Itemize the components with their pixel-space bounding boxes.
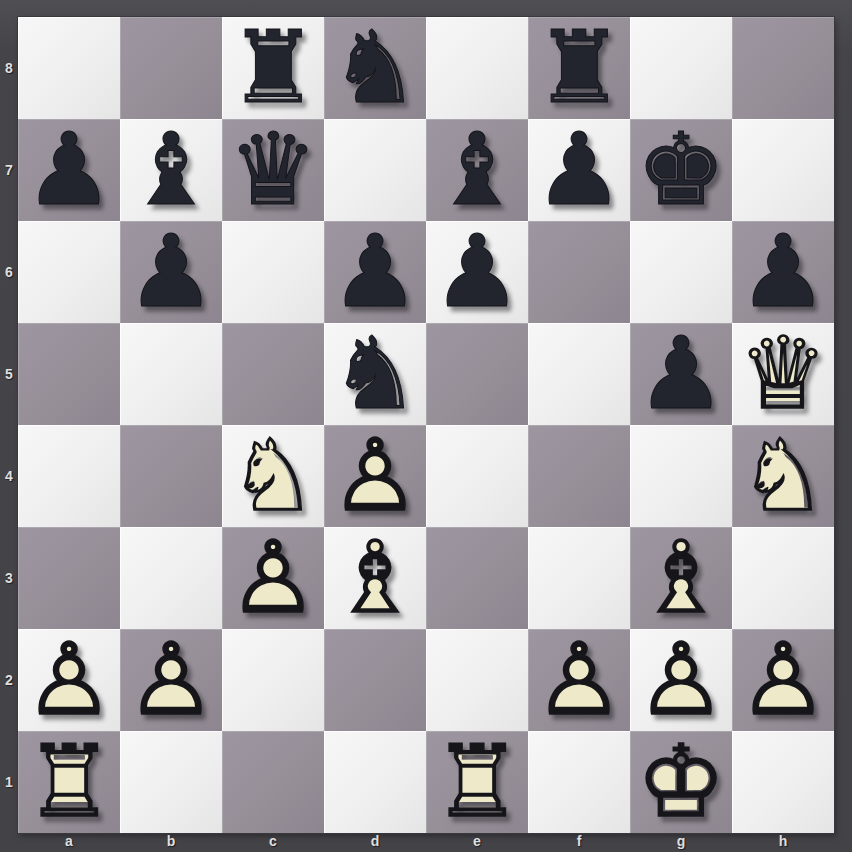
piece-white-pawn-b2[interactable]: ♟♙ xyxy=(120,629,222,731)
pawn-glyph-outline: ♙ xyxy=(732,629,834,731)
king-glyph-outline: ♔ xyxy=(630,731,732,833)
piece-black-pawn-f7[interactable]: ♟ xyxy=(528,119,630,221)
square-b8[interactable] xyxy=(120,17,222,119)
square-h3[interactable] xyxy=(732,527,834,629)
piece-white-rook-e1[interactable]: ♜♖ xyxy=(426,731,528,833)
piece-black-rook-c8[interactable]: ♜ xyxy=(222,17,324,119)
knight-glyph-fill: ♞ xyxy=(324,17,426,119)
rank-label-3: 3 xyxy=(0,527,18,629)
square-b1[interactable] xyxy=(120,731,222,833)
square-h2[interactable]: ♟♙ xyxy=(732,629,834,731)
rank-label-2: 2 xyxy=(0,629,18,731)
square-a6[interactable] xyxy=(18,221,120,323)
piece-white-pawn-f2[interactable]: ♟♙ xyxy=(528,629,630,731)
queen-glyph-outline: ♕ xyxy=(732,323,834,425)
square-e4[interactable] xyxy=(426,425,528,527)
file-label-e: e xyxy=(426,831,528,852)
square-b2[interactable]: ♟♙ xyxy=(120,629,222,731)
piece-white-rook-a1[interactable]: ♜♖ xyxy=(18,731,120,833)
square-d2[interactable] xyxy=(324,629,426,731)
pawn-glyph-fill: ♟ xyxy=(120,221,222,323)
square-a1[interactable]: ♜♖ xyxy=(18,731,120,833)
file-labels: abcdefgh xyxy=(18,831,834,852)
square-b4[interactable] xyxy=(120,425,222,527)
pawn-glyph-fill: ♟ xyxy=(732,221,834,323)
pawn-glyph-outline: ♙ xyxy=(120,629,222,731)
square-g1[interactable]: ♚♔ xyxy=(630,731,732,833)
square-a8[interactable] xyxy=(18,17,120,119)
piece-black-rook-f8[interactable]: ♜ xyxy=(528,17,630,119)
square-a5[interactable] xyxy=(18,323,120,425)
file-label-f: f xyxy=(528,831,630,852)
chess-board: ♜♞♜♟♝♛♝♟♚♟♟♟♟♞♟♛♕♞♘♟♙♞♘♟♙♝♗♝♗♟♙♟♙♟♙♟♙♟♙♜… xyxy=(18,17,834,833)
square-h5[interactable]: ♛♕ xyxy=(732,323,834,425)
pawn-glyph-outline: ♙ xyxy=(630,629,732,731)
piece-black-pawn-g5[interactable]: ♟ xyxy=(630,323,732,425)
square-d1[interactable] xyxy=(324,731,426,833)
piece-white-pawn-a2[interactable]: ♟♙ xyxy=(18,629,120,731)
square-a4[interactable] xyxy=(18,425,120,527)
square-e3[interactable] xyxy=(426,527,528,629)
square-h6[interactable]: ♟ xyxy=(732,221,834,323)
square-c6[interactable] xyxy=(222,221,324,323)
piece-black-knight-d8[interactable]: ♞ xyxy=(324,17,426,119)
piece-white-pawn-g2[interactable]: ♟♙ xyxy=(630,629,732,731)
piece-black-king-g7[interactable]: ♚ xyxy=(630,119,732,221)
knight-glyph-outline: ♘ xyxy=(222,425,324,527)
piece-white-bishop-g3[interactable]: ♝♗ xyxy=(630,527,732,629)
square-f2[interactable]: ♟♙ xyxy=(528,629,630,731)
piece-white-knight-c4[interactable]: ♞♘ xyxy=(222,425,324,527)
square-c2[interactable] xyxy=(222,629,324,731)
rank-label-4: 4 xyxy=(0,425,18,527)
pawn-glyph-fill: ♟ xyxy=(426,221,528,323)
square-d5[interactable]: ♞ xyxy=(324,323,426,425)
knight-glyph-fill: ♞ xyxy=(324,323,426,425)
square-f5[interactable] xyxy=(528,323,630,425)
piece-white-pawn-c3[interactable]: ♟♙ xyxy=(222,527,324,629)
square-c4[interactable]: ♞♘ xyxy=(222,425,324,527)
piece-white-pawn-h2[interactable]: ♟♙ xyxy=(732,629,834,731)
square-g2[interactable]: ♟♙ xyxy=(630,629,732,731)
square-e8[interactable] xyxy=(426,17,528,119)
rook-glyph-outline: ♖ xyxy=(426,731,528,833)
square-a7[interactable]: ♟ xyxy=(18,119,120,221)
rank-labels: 87654321 xyxy=(0,17,18,833)
square-c3[interactable]: ♟♙ xyxy=(222,527,324,629)
king-glyph-fill: ♚ xyxy=(630,119,732,221)
piece-white-knight-h4[interactable]: ♞♘ xyxy=(732,425,834,527)
square-c7[interactable]: ♛ xyxy=(222,119,324,221)
pawn-glyph-outline: ♙ xyxy=(324,425,426,527)
square-d6[interactable]: ♟ xyxy=(324,221,426,323)
rook-glyph-outline: ♖ xyxy=(18,731,120,833)
square-b3[interactable] xyxy=(120,527,222,629)
square-e7[interactable]: ♝ xyxy=(426,119,528,221)
piece-black-pawn-a7[interactable]: ♟ xyxy=(18,119,120,221)
file-label-g: g xyxy=(630,831,732,852)
rook-glyph-fill: ♜ xyxy=(222,17,324,119)
file-label-a: a xyxy=(18,831,120,852)
square-e2[interactable] xyxy=(426,629,528,731)
square-c8[interactable]: ♜ xyxy=(222,17,324,119)
queen-glyph-fill: ♛ xyxy=(222,119,324,221)
file-label-b: b xyxy=(120,831,222,852)
rank-label-8: 8 xyxy=(0,17,18,119)
piece-white-bishop-d3[interactable]: ♝♗ xyxy=(324,527,426,629)
square-h7[interactable] xyxy=(732,119,834,221)
square-f3[interactable] xyxy=(528,527,630,629)
bishop-glyph-fill: ♝ xyxy=(426,119,528,221)
pawn-glyph-fill: ♟ xyxy=(630,323,732,425)
square-a2[interactable]: ♟♙ xyxy=(18,629,120,731)
pawn-glyph-outline: ♙ xyxy=(222,527,324,629)
square-c5[interactable] xyxy=(222,323,324,425)
file-label-c: c xyxy=(222,831,324,852)
square-h1[interactable] xyxy=(732,731,834,833)
bishop-glyph-outline: ♗ xyxy=(324,527,426,629)
square-b5[interactable] xyxy=(120,323,222,425)
square-f8[interactable]: ♜ xyxy=(528,17,630,119)
piece-white-king-g1[interactable]: ♚♔ xyxy=(630,731,732,833)
rank-label-7: 7 xyxy=(0,119,18,221)
piece-black-queen-c7[interactable]: ♛ xyxy=(222,119,324,221)
square-b7[interactable]: ♝ xyxy=(120,119,222,221)
pawn-glyph-fill: ♟ xyxy=(324,221,426,323)
square-h4[interactable]: ♞♘ xyxy=(732,425,834,527)
square-a3[interactable] xyxy=(18,527,120,629)
square-d3[interactable]: ♝♗ xyxy=(324,527,426,629)
square-g7[interactable]: ♚ xyxy=(630,119,732,221)
square-g8[interactable] xyxy=(630,17,732,119)
square-d8[interactable]: ♞ xyxy=(324,17,426,119)
piece-white-queen-h5[interactable]: ♛♕ xyxy=(732,323,834,425)
bishop-glyph-fill: ♝ xyxy=(120,119,222,221)
square-e5[interactable] xyxy=(426,323,528,425)
rank-label-1: 1 xyxy=(0,731,18,833)
rank-label-5: 5 xyxy=(0,323,18,425)
square-g3[interactable]: ♝♗ xyxy=(630,527,732,629)
square-g4[interactable] xyxy=(630,425,732,527)
square-e6[interactable]: ♟ xyxy=(426,221,528,323)
square-g6[interactable] xyxy=(630,221,732,323)
pawn-glyph-fill: ♟ xyxy=(18,119,120,221)
square-b6[interactable]: ♟ xyxy=(120,221,222,323)
piece-black-knight-d5[interactable]: ♞ xyxy=(324,323,426,425)
piece-black-pawn-d6[interactable]: ♟ xyxy=(324,221,426,323)
bishop-glyph-outline: ♗ xyxy=(630,527,732,629)
square-f4[interactable] xyxy=(528,425,630,527)
square-f7[interactable]: ♟ xyxy=(528,119,630,221)
square-d7[interactable] xyxy=(324,119,426,221)
pawn-glyph-outline: ♙ xyxy=(18,629,120,731)
chess-board-frame: 87654321 ♜♞♜♟♝♛♝♟♚♟♟♟♟♞♟♛♕♞♘♟♙♞♘♟♙♝♗♝♗♟♙… xyxy=(0,0,852,852)
square-g5[interactable]: ♟ xyxy=(630,323,732,425)
square-f6[interactable] xyxy=(528,221,630,323)
square-c1[interactable] xyxy=(222,731,324,833)
file-label-d: d xyxy=(324,831,426,852)
square-d4[interactable]: ♟♙ xyxy=(324,425,426,527)
rook-glyph-fill: ♜ xyxy=(528,17,630,119)
piece-black-pawn-h6[interactable]: ♟ xyxy=(732,221,834,323)
pawn-glyph-fill: ♟ xyxy=(528,119,630,221)
piece-black-pawn-b6[interactable]: ♟ xyxy=(120,221,222,323)
piece-black-pawn-e6[interactable]: ♟ xyxy=(426,221,528,323)
square-h8[interactable] xyxy=(732,17,834,119)
square-f1[interactable] xyxy=(528,731,630,833)
pawn-glyph-outline: ♙ xyxy=(528,629,630,731)
square-e1[interactable]: ♜♖ xyxy=(426,731,528,833)
piece-black-bishop-e7[interactable]: ♝ xyxy=(426,119,528,221)
piece-white-pawn-d4[interactable]: ♟♙ xyxy=(324,425,426,527)
rank-label-6: 6 xyxy=(0,221,18,323)
file-label-h: h xyxy=(732,831,834,852)
piece-black-bishop-b7[interactable]: ♝ xyxy=(120,119,222,221)
knight-glyph-outline: ♘ xyxy=(732,425,834,527)
